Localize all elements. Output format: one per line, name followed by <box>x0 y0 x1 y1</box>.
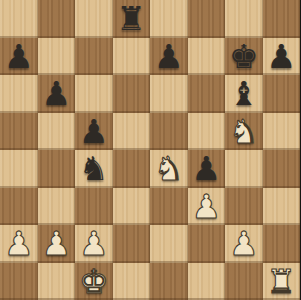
square-g4[interactable] <box>225 150 263 188</box>
square-a6[interactable] <box>0 75 38 113</box>
square-c2[interactable]: ♟ <box>75 225 113 263</box>
square-c1[interactable]: ♚ <box>75 263 113 300</box>
square-a7[interactable]: ♟ <box>0 38 38 76</box>
square-h6[interactable] <box>263 75 301 113</box>
square-g7[interactable]: ♚ <box>225 38 263 76</box>
square-f1[interactable] <box>188 263 226 300</box>
square-d7[interactable] <box>113 38 151 76</box>
square-b5[interactable] <box>38 113 76 151</box>
square-e3[interactable] <box>150 188 188 226</box>
square-h3[interactable] <box>263 188 301 226</box>
square-f6[interactable] <box>188 75 226 113</box>
square-e5[interactable] <box>150 113 188 151</box>
square-h2[interactable] <box>263 225 301 263</box>
square-h1[interactable]: ♜ <box>263 263 301 300</box>
square-a8[interactable] <box>0 0 38 38</box>
square-g6[interactable]: ♝ <box>225 75 263 113</box>
black-rook-icon[interactable]: ♜ <box>113 0 151 37</box>
square-e2[interactable] <box>150 225 188 263</box>
white-knight-icon[interactable]: ♞ <box>225 113 263 150</box>
square-g1[interactable] <box>225 263 263 300</box>
white-rook-icon[interactable]: ♜ <box>263 263 301 300</box>
square-d5[interactable] <box>113 113 151 151</box>
square-f4[interactable]: ♟ <box>188 150 226 188</box>
black-pawn-icon[interactable]: ♟ <box>0 38 38 75</box>
black-pawn-icon[interactable]: ♟ <box>263 38 301 75</box>
white-knight-icon[interactable]: ♞ <box>150 150 188 187</box>
white-pawn-icon[interactable]: ♟ <box>225 225 263 262</box>
black-bishop-icon[interactable]: ♝ <box>225 75 263 112</box>
square-a2[interactable]: ♟ <box>0 225 38 263</box>
white-pawn-icon[interactable]: ♟ <box>38 225 76 262</box>
black-pawn-icon[interactable]: ♟ <box>188 150 226 187</box>
square-b1[interactable] <box>38 263 76 300</box>
square-a3[interactable] <box>0 188 38 226</box>
white-king-icon[interactable]: ♚ <box>75 263 113 300</box>
square-f3[interactable]: ♟ <box>188 188 226 226</box>
square-h5[interactable] <box>263 113 301 151</box>
square-e1[interactable] <box>150 263 188 300</box>
square-e4[interactable]: ♞ <box>150 150 188 188</box>
chess-board-container: ♜♟♟♚♟♟♝♟♞♞♞♟♟♟♟♟♟♚♜ <box>0 0 300 300</box>
black-pawn-icon[interactable]: ♟ <box>150 38 188 75</box>
square-b2[interactable]: ♟ <box>38 225 76 263</box>
square-f7[interactable] <box>188 38 226 76</box>
square-e8[interactable] <box>150 0 188 38</box>
square-a5[interactable] <box>0 113 38 151</box>
white-pawn-icon[interactable]: ♟ <box>0 225 38 262</box>
square-c4[interactable]: ♞ <box>75 150 113 188</box>
square-b7[interactable] <box>38 38 76 76</box>
square-g2[interactable]: ♟ <box>225 225 263 263</box>
square-g3[interactable] <box>225 188 263 226</box>
square-d8[interactable]: ♜ <box>113 0 151 38</box>
black-pawn-icon[interactable]: ♟ <box>75 113 113 150</box>
square-d1[interactable] <box>113 263 151 300</box>
square-c3[interactable] <box>75 188 113 226</box>
white-pawn-icon[interactable]: ♟ <box>75 225 113 262</box>
square-d6[interactable] <box>113 75 151 113</box>
square-a4[interactable] <box>0 150 38 188</box>
square-f5[interactable] <box>188 113 226 151</box>
black-knight-icon[interactable]: ♞ <box>75 150 113 187</box>
square-b4[interactable] <box>38 150 76 188</box>
square-b3[interactable] <box>38 188 76 226</box>
square-f2[interactable] <box>188 225 226 263</box>
square-c8[interactable] <box>75 0 113 38</box>
black-pawn-icon[interactable]: ♟ <box>38 75 76 112</box>
square-g8[interactable] <box>225 0 263 38</box>
square-a1[interactable] <box>0 263 38 300</box>
square-f8[interactable] <box>188 0 226 38</box>
square-d2[interactable] <box>113 225 151 263</box>
square-e6[interactable] <box>150 75 188 113</box>
black-king-icon[interactable]: ♚ <box>225 38 263 75</box>
square-d4[interactable] <box>113 150 151 188</box>
square-h4[interactable] <box>263 150 301 188</box>
white-pawn-icon[interactable]: ♟ <box>188 188 226 225</box>
square-c7[interactable] <box>75 38 113 76</box>
square-e7[interactable]: ♟ <box>150 38 188 76</box>
square-g5[interactable]: ♞ <box>225 113 263 151</box>
square-c5[interactable]: ♟ <box>75 113 113 151</box>
square-d3[interactable] <box>113 188 151 226</box>
chess-board: ♜♟♟♚♟♟♝♟♞♞♞♟♟♟♟♟♟♚♜ <box>0 0 300 300</box>
square-h7[interactable]: ♟ <box>263 38 301 76</box>
square-b8[interactable] <box>38 0 76 38</box>
square-c6[interactable] <box>75 75 113 113</box>
square-h8[interactable] <box>263 0 301 38</box>
square-b6[interactable]: ♟ <box>38 75 76 113</box>
